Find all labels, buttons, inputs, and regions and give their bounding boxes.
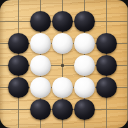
intersection-0-4[interactable]: [95, 10, 117, 32]
black-stone: [74, 99, 95, 120]
white-stone: [74, 33, 95, 54]
intersection-3-1[interactable]: [29, 76, 51, 98]
black-stone: [96, 55, 117, 76]
black-stone: [30, 99, 51, 120]
intersection-0-1[interactable]: [29, 10, 51, 32]
black-stone: [8, 77, 29, 98]
black-stone: [96, 33, 117, 54]
intersection-0-0[interactable]: [7, 10, 29, 32]
intersection-3-2[interactable]: [51, 76, 73, 98]
intersection-3-3[interactable]: [73, 76, 95, 98]
white-stone: [52, 33, 73, 54]
intersection-3-4[interactable]: [95, 76, 117, 98]
white-stone: [30, 33, 51, 54]
white-stone: [30, 55, 51, 76]
black-stone: [52, 99, 73, 120]
intersection-1-0[interactable]: [7, 32, 29, 54]
intersection-2-0[interactable]: [7, 54, 29, 76]
intersection-0-2[interactable]: [51, 10, 73, 32]
screenshot-root: { "game": "go", "app": { "kind": "go-boa…: [0, 0, 128, 128]
white-stone: [30, 77, 51, 98]
intersection-1-2[interactable]: [51, 32, 73, 54]
intersection-4-1[interactable]: [29, 98, 51, 120]
intersection-2-4[interactable]: [95, 54, 117, 76]
black-stone: [30, 11, 51, 32]
intersection-4-4[interactable]: [95, 98, 117, 120]
white-stone: [74, 55, 95, 76]
intersection-4-3[interactable]: [73, 98, 95, 120]
black-stone: [8, 33, 29, 54]
intersection-1-4[interactable]: [95, 32, 117, 54]
intersection-1-1[interactable]: [29, 32, 51, 54]
black-stone: [96, 77, 117, 98]
black-stone: [52, 11, 73, 32]
white-stone: [52, 77, 73, 98]
intersection-3-0[interactable]: [7, 76, 29, 98]
white-stone: [74, 77, 95, 98]
intersection-4-0[interactable]: [7, 98, 29, 120]
intersection-2-1[interactable]: [29, 54, 51, 76]
intersection-4-2[interactable]: [51, 98, 73, 120]
black-stone: [8, 55, 29, 76]
intersection-1-3[interactable]: [73, 32, 95, 54]
black-stone: [74, 11, 95, 32]
intersection-2-3[interactable]: [73, 54, 95, 76]
go-board[interactable]: [0, 0, 128, 128]
intersection-2-2[interactable]: [51, 54, 73, 76]
intersection-0-3[interactable]: [73, 10, 95, 32]
